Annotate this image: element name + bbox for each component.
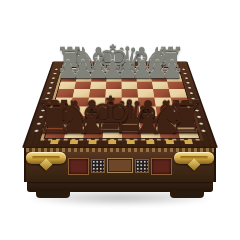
square-b1[interactable] <box>150 68 166 75</box>
square-g8[interactable] <box>64 127 85 138</box>
square-b2[interactable] <box>151 74 167 81</box>
square-c7[interactable] <box>139 116 158 126</box>
mosaic-frame <box>40 66 203 140</box>
square-g1[interactable] <box>77 68 93 75</box>
square-c1[interactable] <box>136 68 151 75</box>
square-g4[interactable] <box>73 89 90 97</box>
square-b6[interactable] <box>156 106 175 116</box>
square-e3[interactable] <box>106 82 122 90</box>
square-a1[interactable] <box>164 68 180 75</box>
maroon-panel-left <box>68 158 89 175</box>
square-h5[interactable] <box>54 98 73 107</box>
square-b4[interactable] <box>153 89 171 97</box>
square-g6[interactable] <box>69 106 88 116</box>
square-c2[interactable] <box>136 74 152 81</box>
mosaic-tile-left <box>91 159 104 173</box>
square-h4[interactable] <box>56 89 74 97</box>
square-f3[interactable] <box>90 82 106 90</box>
pearl-inlay-back-border <box>64 63 176 66</box>
square-f4[interactable] <box>89 89 106 97</box>
square-d8[interactable] <box>122 127 141 138</box>
square-e2[interactable] <box>106 74 121 81</box>
brass-medallion-strip <box>44 140 196 144</box>
square-g7[interactable] <box>66 116 86 126</box>
square-d1[interactable] <box>121 68 136 75</box>
square-f1[interactable] <box>92 68 107 75</box>
chess-board <box>22 61 218 148</box>
square-d6[interactable] <box>122 106 140 116</box>
square-a6[interactable] <box>173 106 193 116</box>
square-b5[interactable] <box>154 98 172 107</box>
brass-clasp-right <box>174 152 214 164</box>
box-front <box>24 148 216 182</box>
square-e7[interactable] <box>103 116 121 126</box>
square-c6[interactable] <box>139 106 157 116</box>
square-h6[interactable] <box>51 106 71 116</box>
square-c4[interactable] <box>137 89 154 97</box>
maroon-panel-right <box>151 158 172 175</box>
square-h8[interactable] <box>45 127 67 138</box>
box-foot-right <box>170 191 204 198</box>
square-e5[interactable] <box>105 98 122 107</box>
mosaic-tile-right <box>135 159 148 173</box>
square-a3[interactable] <box>167 82 184 90</box>
square-h2[interactable] <box>61 74 78 81</box>
square-a2[interactable] <box>166 74 183 81</box>
square-a5[interactable] <box>171 98 190 107</box>
square-c8[interactable] <box>140 127 160 138</box>
square-d4[interactable] <box>122 89 138 97</box>
square-f7[interactable] <box>85 116 104 126</box>
square-c3[interactable] <box>137 82 153 90</box>
square-f6[interactable] <box>86 106 104 116</box>
square-d3[interactable] <box>122 82 138 90</box>
square-a8[interactable] <box>177 127 199 138</box>
square-c5[interactable] <box>138 98 156 107</box>
square-h3[interactable] <box>59 82 76 90</box>
chess-set-photo: ♜♞♝♛♚♝♞♜♟♟♟♟♟♟♟♟♟♟♟♟♟♟♟♟♜♞♝♛♚♝♞♜ <box>0 0 240 240</box>
square-a4[interactable] <box>169 89 187 97</box>
square-b3[interactable] <box>152 82 169 90</box>
square-e8[interactable] <box>103 127 122 138</box>
wood-nameplate <box>107 158 134 173</box>
square-a7[interactable] <box>175 116 196 126</box>
square-g5[interactable] <box>71 98 89 107</box>
square-b7[interactable] <box>157 116 177 126</box>
brass-clasp-left <box>26 152 66 164</box>
square-e6[interactable] <box>104 106 122 116</box>
square-d2[interactable] <box>121 74 136 81</box>
square-d5[interactable] <box>122 98 139 107</box>
square-f5[interactable] <box>88 98 106 107</box>
square-d7[interactable] <box>122 116 141 126</box>
square-e1[interactable] <box>107 68 122 75</box>
square-h7[interactable] <box>48 116 69 126</box>
box-foot-left <box>36 191 70 198</box>
board-grid <box>45 68 199 138</box>
square-e4[interactable] <box>105 89 121 97</box>
square-g2[interactable] <box>76 74 92 81</box>
square-f2[interactable] <box>91 74 107 81</box>
square-g3[interactable] <box>74 82 91 90</box>
square-f8[interactable] <box>83 127 103 138</box>
square-h1[interactable] <box>63 68 79 75</box>
